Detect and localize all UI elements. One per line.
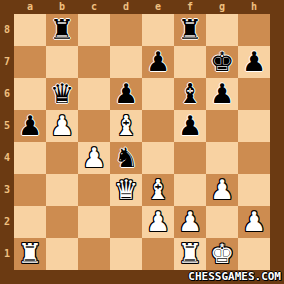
black-knight-d4[interactable]: ♞ xyxy=(110,142,142,174)
square-b4[interactable] xyxy=(46,142,78,174)
rank-labels: 87654321 xyxy=(0,14,14,270)
chess-diagram: abcdefgh 87654321 ♜♜♟♚♟♛♟♝♟♟♟♝♟♟♞♛♝♟♟♟♟♜… xyxy=(0,0,284,284)
square-b3[interactable] xyxy=(46,174,78,206)
white-rook-f1[interactable]: ♜ xyxy=(174,238,206,270)
square-a5[interactable]: ♟ xyxy=(14,110,46,142)
square-g6[interactable]: ♟ xyxy=(206,78,238,110)
square-e3[interactable]: ♝ xyxy=(142,174,174,206)
square-g8[interactable] xyxy=(206,14,238,46)
square-c8[interactable] xyxy=(78,14,110,46)
black-rook-b8[interactable]: ♜ xyxy=(46,14,78,46)
square-d5[interactable]: ♝ xyxy=(110,110,142,142)
file-label-e: e xyxy=(142,0,174,14)
square-b1[interactable] xyxy=(46,238,78,270)
square-f2[interactable]: ♟ xyxy=(174,206,206,238)
square-a8[interactable] xyxy=(14,14,46,46)
square-c1[interactable] xyxy=(78,238,110,270)
square-h1[interactable] xyxy=(238,238,270,270)
square-b7[interactable] xyxy=(46,46,78,78)
white-pawn-e2[interactable]: ♟ xyxy=(142,206,174,238)
file-label-d: d xyxy=(110,0,142,14)
square-d7[interactable] xyxy=(110,46,142,78)
square-e1[interactable] xyxy=(142,238,174,270)
black-pawn-d6[interactable]: ♟ xyxy=(110,78,142,110)
square-h2[interactable]: ♟ xyxy=(238,206,270,238)
rank-label-3: 3 xyxy=(0,174,14,206)
square-a4[interactable] xyxy=(14,142,46,174)
file-label-c: c xyxy=(78,0,110,14)
black-pawn-g6[interactable]: ♟ xyxy=(206,78,238,110)
file-label-h: h xyxy=(238,0,270,14)
square-b8[interactable]: ♜ xyxy=(46,14,78,46)
square-g1[interactable]: ♚ xyxy=(206,238,238,270)
rank-label-5: 5 xyxy=(0,110,14,142)
square-f8[interactable]: ♜ xyxy=(174,14,206,46)
file-labels: abcdefgh xyxy=(14,0,270,14)
square-c7[interactable] xyxy=(78,46,110,78)
square-e7[interactable]: ♟ xyxy=(142,46,174,78)
square-d1[interactable] xyxy=(110,238,142,270)
square-h8[interactable] xyxy=(238,14,270,46)
black-pawn-h7[interactable]: ♟ xyxy=(238,46,270,78)
white-pawn-f2[interactable]: ♟ xyxy=(174,206,206,238)
square-e6[interactable] xyxy=(142,78,174,110)
square-d6[interactable]: ♟ xyxy=(110,78,142,110)
square-h5[interactable] xyxy=(238,110,270,142)
white-pawn-b5[interactable]: ♟ xyxy=(46,110,78,142)
square-d4[interactable]: ♞ xyxy=(110,142,142,174)
square-h3[interactable] xyxy=(238,174,270,206)
black-pawn-f5[interactable]: ♟ xyxy=(174,110,206,142)
square-c3[interactable] xyxy=(78,174,110,206)
rank-label-6: 6 xyxy=(0,78,14,110)
white-pawn-c4[interactable]: ♟ xyxy=(78,142,110,174)
square-a6[interactable] xyxy=(14,78,46,110)
square-g2[interactable] xyxy=(206,206,238,238)
chess-board: ♜♜♟♚♟♛♟♝♟♟♟♝♟♟♞♛♝♟♟♟♟♜♜♚ xyxy=(14,14,270,270)
rank-label-7: 7 xyxy=(0,46,14,78)
white-bishop-d5[interactable]: ♝ xyxy=(110,110,142,142)
white-pawn-h2[interactable]: ♟ xyxy=(238,206,270,238)
file-label-b: b xyxy=(46,0,78,14)
square-a2[interactable] xyxy=(14,206,46,238)
square-g3[interactable]: ♟ xyxy=(206,174,238,206)
square-g7[interactable]: ♚ xyxy=(206,46,238,78)
square-h7[interactable]: ♟ xyxy=(238,46,270,78)
square-b6[interactable]: ♛ xyxy=(46,78,78,110)
square-f4[interactable] xyxy=(174,142,206,174)
square-f3[interactable] xyxy=(174,174,206,206)
square-h6[interactable] xyxy=(238,78,270,110)
black-rook-f8[interactable]: ♜ xyxy=(174,14,206,46)
white-rook-a1[interactable]: ♜ xyxy=(14,238,46,270)
white-queen-d3[interactable]: ♛ xyxy=(110,174,142,206)
square-a1[interactable]: ♜ xyxy=(14,238,46,270)
white-bishop-e3[interactable]: ♝ xyxy=(142,174,174,206)
square-f1[interactable]: ♜ xyxy=(174,238,206,270)
black-bishop-f6[interactable]: ♝ xyxy=(174,78,206,110)
square-b5[interactable]: ♟ xyxy=(46,110,78,142)
rank-label-1: 1 xyxy=(0,238,14,270)
rank-label-8: 8 xyxy=(0,14,14,46)
square-e2[interactable]: ♟ xyxy=(142,206,174,238)
white-pawn-g3[interactable]: ♟ xyxy=(206,174,238,206)
file-label-g: g xyxy=(206,0,238,14)
black-pawn-a5[interactable]: ♟ xyxy=(14,110,46,142)
square-c4[interactable]: ♟ xyxy=(78,142,110,174)
black-king-g7[interactable]: ♚ xyxy=(206,46,238,78)
black-queen-b6[interactable]: ♛ xyxy=(46,78,78,110)
black-pawn-e7[interactable]: ♟ xyxy=(142,46,174,78)
file-label-f: f xyxy=(174,0,206,14)
square-e4[interactable] xyxy=(142,142,174,174)
square-c5[interactable] xyxy=(78,110,110,142)
rank-label-2: 2 xyxy=(0,206,14,238)
square-h4[interactable] xyxy=(238,142,270,174)
square-g4[interactable] xyxy=(206,142,238,174)
square-e5[interactable] xyxy=(142,110,174,142)
file-label-a: a xyxy=(14,0,46,14)
square-c2[interactable] xyxy=(78,206,110,238)
square-f5[interactable]: ♟ xyxy=(174,110,206,142)
rank-label-4: 4 xyxy=(0,142,14,174)
square-f7[interactable] xyxy=(174,46,206,78)
square-a7[interactable] xyxy=(14,46,46,78)
square-c6[interactable] xyxy=(78,78,110,110)
white-king-g1[interactable]: ♚ xyxy=(206,238,238,270)
site-label[interactable]: CHESSGAMES.COM xyxy=(188,270,281,284)
square-b2[interactable] xyxy=(46,206,78,238)
square-d3[interactable]: ♛ xyxy=(110,174,142,206)
square-d8[interactable] xyxy=(110,14,142,46)
square-g5[interactable] xyxy=(206,110,238,142)
square-a3[interactable] xyxy=(14,174,46,206)
square-f6[interactable]: ♝ xyxy=(174,78,206,110)
square-d2[interactable] xyxy=(110,206,142,238)
square-e8[interactable] xyxy=(142,14,174,46)
